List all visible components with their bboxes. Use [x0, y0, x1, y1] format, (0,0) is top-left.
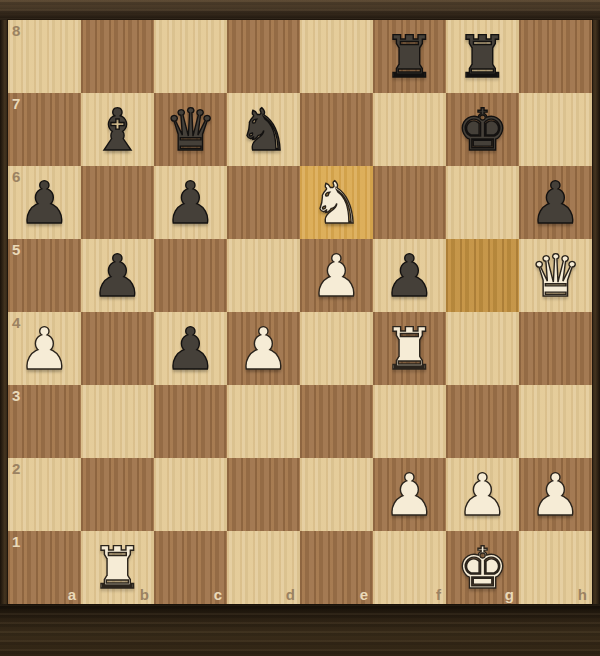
square-d4[interactable]: ♟: [227, 312, 300, 385]
square-b2[interactable]: [81, 458, 154, 531]
black-queen[interactable]: ♛: [154, 93, 227, 166]
square-e8[interactable]: [300, 20, 373, 93]
black-rook[interactable]: ♜: [373, 20, 446, 93]
square-f2[interactable]: ♟: [373, 458, 446, 531]
square-f7[interactable]: [373, 93, 446, 166]
square-a3[interactable]: 3: [8, 385, 81, 458]
black-king[interactable]: ♚: [446, 93, 519, 166]
white-rook[interactable]: ♜: [373, 312, 446, 385]
square-g3[interactable]: [446, 385, 519, 458]
square-f6[interactable]: [373, 166, 446, 239]
rank-label-3: 3: [12, 387, 20, 404]
square-a4[interactable]: 4♟: [8, 312, 81, 385]
square-b4[interactable]: [81, 312, 154, 385]
rank-label-2: 2: [12, 460, 20, 477]
square-a1[interactable]: 1a: [8, 531, 81, 604]
black-pawn[interactable]: ♟: [373, 239, 446, 312]
file-label-f: f: [436, 586, 441, 603]
square-c2[interactable]: [154, 458, 227, 531]
file-label-a: a: [68, 586, 76, 603]
square-c8[interactable]: [154, 20, 227, 93]
square-e1[interactable]: e: [300, 531, 373, 604]
white-pawn[interactable]: ♟: [227, 312, 300, 385]
file-label-c: c: [214, 586, 222, 603]
white-pawn[interactable]: ♟: [373, 458, 446, 531]
square-g7[interactable]: ♚: [446, 93, 519, 166]
board-frame-bottom: [0, 604, 600, 656]
square-g4[interactable]: [446, 312, 519, 385]
white-queen[interactable]: ♛: [519, 239, 592, 312]
square-e4[interactable]: [300, 312, 373, 385]
square-h7[interactable]: [519, 93, 592, 166]
square-f3[interactable]: [373, 385, 446, 458]
square-h8[interactable]: [519, 20, 592, 93]
square-c1[interactable]: c: [154, 531, 227, 604]
black-pawn[interactable]: ♟: [154, 166, 227, 239]
square-f5[interactable]: ♟: [373, 239, 446, 312]
square-f1[interactable]: f: [373, 531, 446, 604]
square-e7[interactable]: [300, 93, 373, 166]
square-e3[interactable]: [300, 385, 373, 458]
file-label-h: h: [578, 586, 587, 603]
white-pawn[interactable]: ♟: [446, 458, 519, 531]
board-frame-right: [592, 20, 600, 604]
square-h3[interactable]: [519, 385, 592, 458]
black-bishop[interactable]: ♝: [81, 93, 154, 166]
white-knight[interactable]: ♞: [300, 166, 373, 239]
square-g1[interactable]: g♚: [446, 531, 519, 604]
square-g8[interactable]: ♜: [446, 20, 519, 93]
square-d5[interactable]: [227, 239, 300, 312]
square-a8[interactable]: 8: [8, 20, 81, 93]
square-b1[interactable]: b♜: [81, 531, 154, 604]
square-e5[interactable]: ♟: [300, 239, 373, 312]
square-c6[interactable]: ♟: [154, 166, 227, 239]
square-d2[interactable]: [227, 458, 300, 531]
square-d7[interactable]: ♞: [227, 93, 300, 166]
square-a6[interactable]: 6♟: [8, 166, 81, 239]
black-pawn[interactable]: ♟: [8, 166, 81, 239]
rank-label-1: 1: [12, 533, 20, 550]
chess-board: 8♜♜7♝♛♞♚6♟♟♞♟5♟♟♟♛4♟♟♟♜32♟♟♟1ab♜cdefg♚h: [8, 20, 592, 604]
square-e2[interactable]: [300, 458, 373, 531]
square-e6[interactable]: ♞: [300, 166, 373, 239]
square-b7[interactable]: ♝: [81, 93, 154, 166]
square-f8[interactable]: ♜: [373, 20, 446, 93]
square-c3[interactable]: [154, 385, 227, 458]
chess-app-screenshot: 8♜♜7♝♛♞♚6♟♟♞♟5♟♟♟♛4♟♟♟♜32♟♟♟1ab♜cdefg♚h: [0, 0, 600, 656]
square-g5[interactable]: [446, 239, 519, 312]
square-b5[interactable]: ♟: [81, 239, 154, 312]
white-pawn[interactable]: ♟: [519, 458, 592, 531]
square-c7[interactable]: ♛: [154, 93, 227, 166]
square-f4[interactable]: ♜: [373, 312, 446, 385]
square-h4[interactable]: [519, 312, 592, 385]
square-d3[interactable]: [227, 385, 300, 458]
square-h2[interactable]: ♟: [519, 458, 592, 531]
square-d8[interactable]: [227, 20, 300, 93]
black-rook[interactable]: ♜: [446, 20, 519, 93]
file-label-e: e: [360, 586, 368, 603]
square-a2[interactable]: 2: [8, 458, 81, 531]
file-label-d: d: [286, 586, 295, 603]
square-b3[interactable]: [81, 385, 154, 458]
black-pawn[interactable]: ♟: [519, 166, 592, 239]
white-pawn[interactable]: ♟: [8, 312, 81, 385]
square-c5[interactable]: [154, 239, 227, 312]
rank-label-8: 8: [12, 22, 20, 39]
square-h6[interactable]: ♟: [519, 166, 592, 239]
black-pawn[interactable]: ♟: [154, 312, 227, 385]
board-frame-left: [0, 20, 8, 604]
square-a7[interactable]: 7: [8, 93, 81, 166]
square-h1[interactable]: h: [519, 531, 592, 604]
square-a5[interactable]: 5: [8, 239, 81, 312]
rank-label-5: 5: [12, 241, 20, 258]
square-h5[interactable]: ♛: [519, 239, 592, 312]
square-b6[interactable]: [81, 166, 154, 239]
square-b8[interactable]: [81, 20, 154, 93]
white-pawn[interactable]: ♟: [300, 239, 373, 312]
board-frame-top: [0, 0, 600, 20]
square-c4[interactable]: ♟: [154, 312, 227, 385]
square-g6[interactable]: [446, 166, 519, 239]
black-knight[interactable]: ♞: [227, 93, 300, 166]
black-pawn[interactable]: ♟: [81, 239, 154, 312]
square-d1[interactable]: d: [227, 531, 300, 604]
white-rook[interactable]: ♜: [81, 531, 154, 604]
rank-label-7: 7: [12, 95, 20, 112]
square-g2[interactable]: ♟: [446, 458, 519, 531]
white-king[interactable]: ♚: [446, 531, 519, 604]
square-d6[interactable]: [227, 166, 300, 239]
